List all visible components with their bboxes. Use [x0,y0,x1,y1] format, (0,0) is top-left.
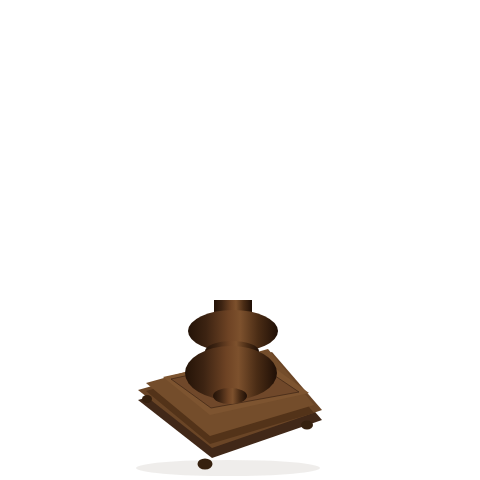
chess-table-scene [0,0,480,480]
chess-table [0,0,480,480]
bun-foot-right [301,421,313,430]
column-cup [213,388,247,404]
bun-foot-front [198,459,213,470]
bun-foot-left [142,395,152,403]
floor-shadow [136,460,320,476]
